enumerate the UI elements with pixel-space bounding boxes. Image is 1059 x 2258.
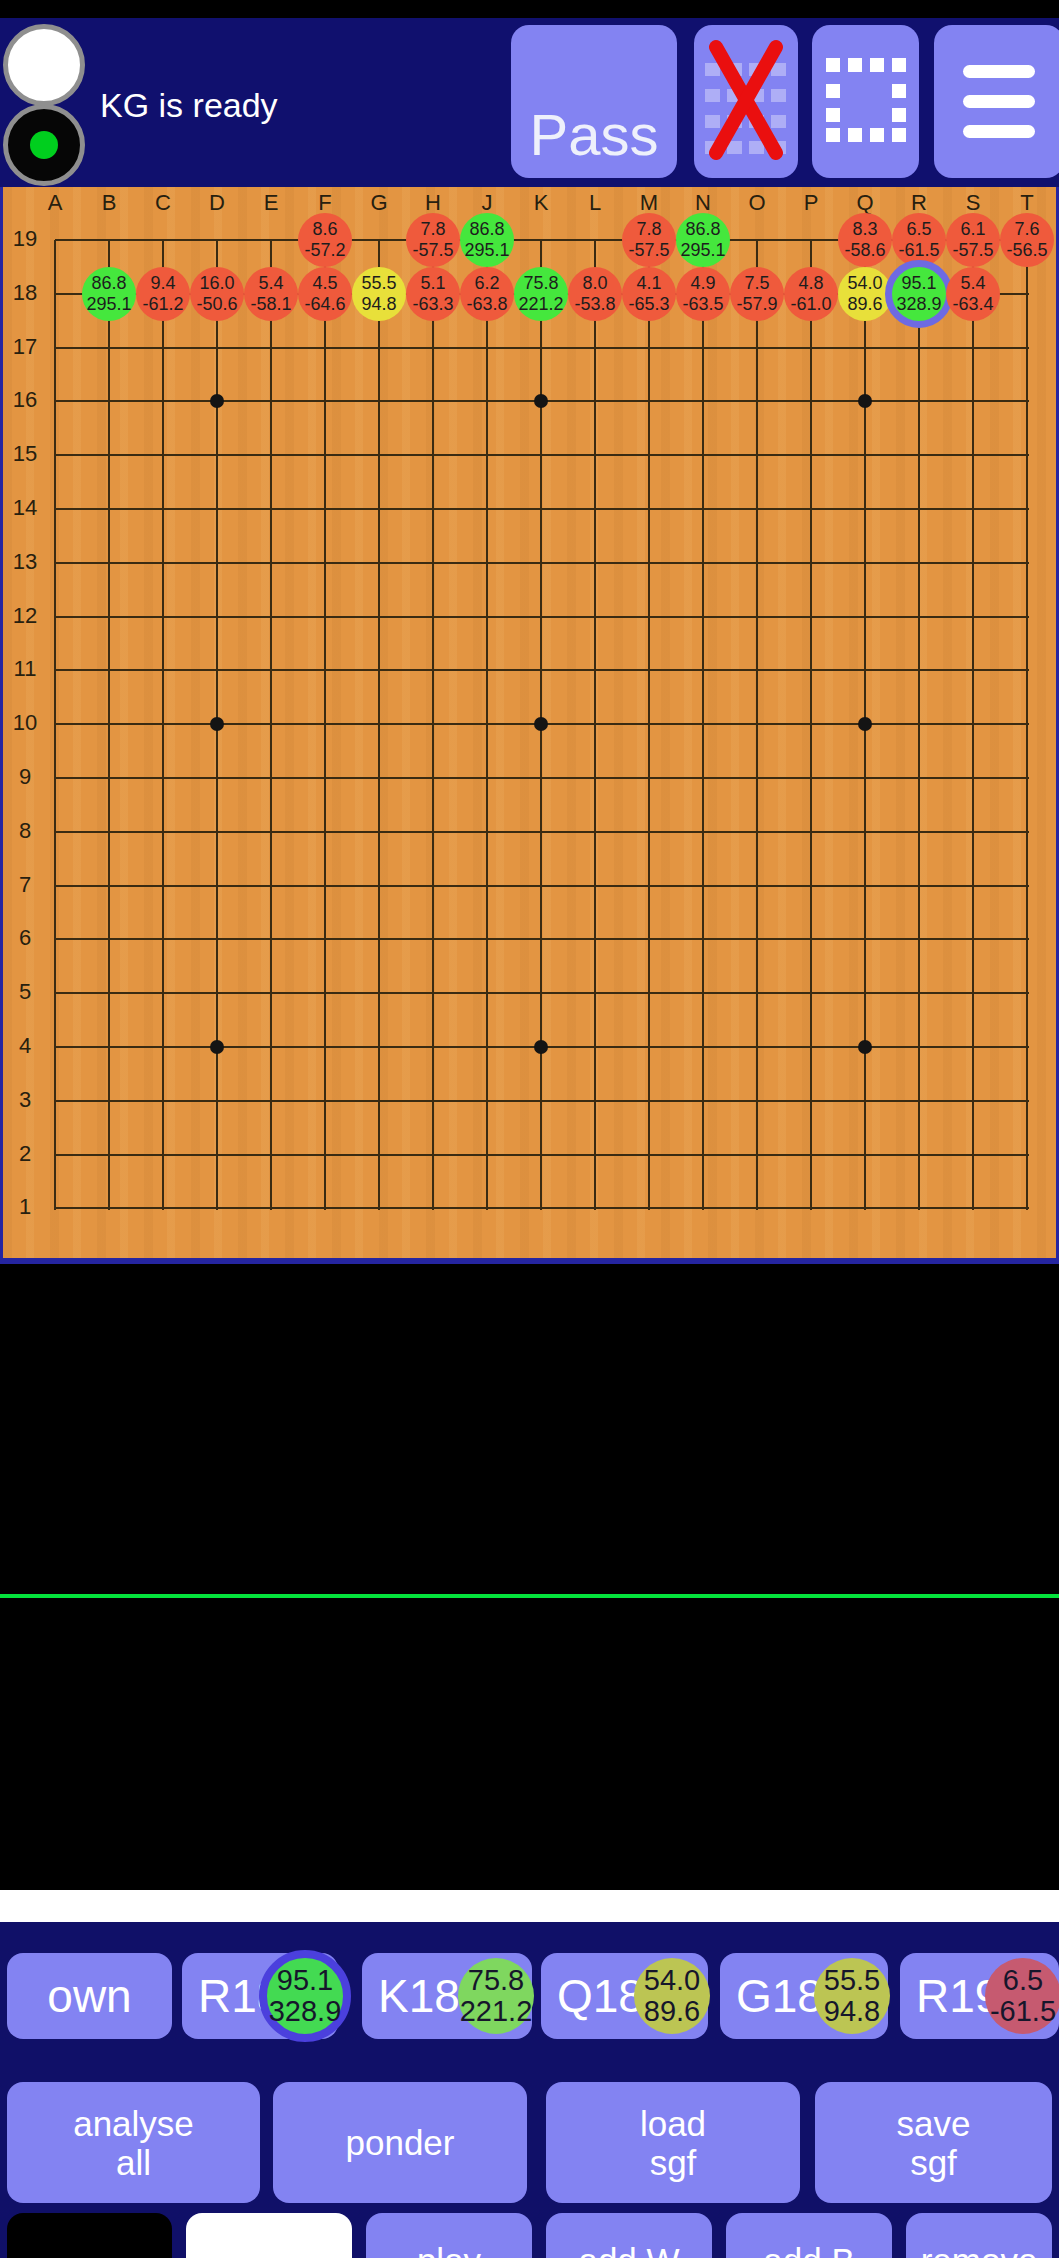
candidate-move-button-R19[interactable]: R196.5-61.5 <box>900 1953 1059 2039</box>
grid-line <box>55 562 1029 564</box>
row-label: 8 <box>3 818 47 844</box>
engine-status-text: KG is ready <box>100 86 278 125</box>
move-score: -58.1 <box>250 294 291 315</box>
move-winrate: 9.4 <box>150 273 175 294</box>
move-score: -57.5 <box>628 240 669 261</box>
grid-line <box>756 240 758 1210</box>
menu-button[interactable] <box>934 25 1059 178</box>
move-winrate: 86.8 <box>685 219 720 240</box>
row-label: 18 <box>3 280 47 306</box>
move-winrate: 4.1 <box>636 273 661 294</box>
pass-button[interactable]: Pass <box>511 25 677 178</box>
top-bar: KG is ready Pass <box>0 18 1059 187</box>
grid-line <box>972 240 974 1210</box>
move-winrate: 16.0 <box>199 273 234 294</box>
row-label: 4 <box>3 1033 47 1059</box>
move-score: -57.9 <box>736 294 777 315</box>
remove-button[interactable]: remove <box>906 2213 1052 2258</box>
move-button-label: own <box>47 1969 131 2023</box>
move-score: -63.8 <box>466 294 507 315</box>
select-region-button[interactable] <box>812 25 919 178</box>
star-point <box>858 717 872 731</box>
column-label: A <box>28 190 82 216</box>
analysis-move[interactable]: 7.8-57.5 <box>622 213 676 267</box>
move-score: 94.8 <box>361 294 396 315</box>
move-score: -61.5 <box>898 240 939 261</box>
row-label: 19 <box>3 226 47 252</box>
grid-line <box>54 240 56 1210</box>
candidate-move-circle: 6.5-61.5 <box>985 1958 1059 2034</box>
row-label: 12 <box>3 603 47 629</box>
move-winrate: 7.6 <box>1014 219 1039 240</box>
grid-line <box>810 240 812 1210</box>
move-winrate: 86.8 <box>91 273 126 294</box>
grid-line <box>162 240 164 1210</box>
move-winrate: 7.8 <box>420 219 445 240</box>
move-winrate: 7.5 <box>744 273 769 294</box>
move-winrate: 6.5 <box>1003 1965 1043 1996</box>
move-winrate: 4.5 <box>312 273 337 294</box>
row-label: 13 <box>3 549 47 575</box>
grid-line <box>55 777 1029 779</box>
top-black-strip <box>0 0 1059 18</box>
move-button-label: G18 <box>736 1969 823 2023</box>
analysis-move[interactable]: 6.1-57.5 <box>946 213 1000 267</box>
analysis-move[interactable]: 8.6-57.2 <box>298 213 352 267</box>
candidate-move-button-Q18[interactable]: Q1854.089.6 <box>541 1953 708 2039</box>
grid-line <box>55 1100 1029 1102</box>
analysis-move[interactable]: 4.8-61.0 <box>784 267 838 321</box>
analysis-move[interactable]: 75.8221.2 <box>514 267 568 321</box>
column-label: C <box>136 190 190 216</box>
move-score: 89.6 <box>644 1996 700 2027</box>
move-score: -57.2 <box>304 240 345 261</box>
move-winrate: 8.6 <box>312 219 337 240</box>
grid-line <box>55 508 1029 510</box>
grid-line <box>55 992 1029 994</box>
move-winrate: 8.0 <box>582 273 607 294</box>
grid-line <box>55 616 1029 618</box>
grid-line <box>702 240 704 1210</box>
bottom-panel: ownR1895.1328.9K1875.8221.2Q1854.089.6G1… <box>0 1922 1059 2258</box>
white-color-button[interactable] <box>186 2213 352 2258</box>
candidate-move-button-R18[interactable]: R1895.1328.9 <box>182 1953 338 2039</box>
star-point <box>858 394 872 408</box>
analysis-move[interactable]: 8.0-53.8 <box>568 267 622 321</box>
move-score: -64.6 <box>304 294 345 315</box>
load-sgf-button[interactable]: load sgf <box>546 2082 800 2203</box>
grid-line <box>55 1154 1029 1156</box>
clear-analysis-button[interactable] <box>694 25 798 178</box>
move-winrate: 86.8 <box>469 219 504 240</box>
move-winrate: 54.0 <box>644 1965 700 1996</box>
move-winrate: 54.0 <box>847 273 882 294</box>
move-score: 94.8 <box>824 1996 880 2027</box>
graph-panel <box>0 1264 1059 1890</box>
move-score: -57.5 <box>952 240 993 261</box>
grid-line <box>432 240 434 1210</box>
analysis-move[interactable]: 86.8295.1 <box>460 213 514 267</box>
row-label: 9 <box>3 764 47 790</box>
analysis-move[interactable]: 54.089.6 <box>838 267 892 321</box>
move-winrate: 75.8 <box>468 1965 524 1996</box>
candidate-move-circle: 95.1328.9 <box>259 1950 351 2042</box>
star-point <box>210 394 224 408</box>
grid-line <box>55 831 1029 833</box>
row-label: 5 <box>3 979 47 1005</box>
grid-line <box>55 885 1029 887</box>
dotted-square-icon <box>824 56 908 147</box>
move-score: 328.9 <box>896 294 941 315</box>
move-winrate: 95.1 <box>277 1965 333 1996</box>
own-button[interactable]: own <box>7 1953 172 2039</box>
analysis-move[interactable]: 7.6-56.5 <box>1000 213 1054 267</box>
grid-line <box>55 938 1029 940</box>
move-score: 295.1 <box>464 240 509 261</box>
analysis-move[interactable]: 9.4-61.2 <box>136 267 190 321</box>
move-winrate: 6.5 <box>906 219 931 240</box>
column-label: E <box>244 190 298 216</box>
white-bar <box>0 1890 1059 1922</box>
grid-line <box>55 347 1029 349</box>
move-score: -63.3 <box>412 294 453 315</box>
row-label: 6 <box>3 925 47 951</box>
move-score: -50.6 <box>196 294 237 315</box>
column-label: P <box>784 190 838 216</box>
move-score: -61.2 <box>142 294 183 315</box>
move-winrate: 5.1 <box>420 273 445 294</box>
move-winrate: 95.1 <box>901 273 936 294</box>
grid-line <box>918 240 920 1210</box>
white-player-stone[interactable] <box>3 24 85 106</box>
analysis-move[interactable]: 7.5-57.9 <box>730 267 784 321</box>
move-score: -61.5 <box>990 1996 1056 2027</box>
move-score: 89.6 <box>847 294 882 315</box>
grid-line <box>55 454 1029 456</box>
column-label: K <box>514 190 568 216</box>
move-score: -57.5 <box>412 240 453 261</box>
move-winrate: 8.3 <box>852 219 877 240</box>
analyse-all-button[interactable]: analyse all <box>7 2082 260 2203</box>
add-white-button[interactable]: add W <box>546 2213 712 2258</box>
analysis-move[interactable]: 86.8295.1 <box>82 267 136 321</box>
move-winrate: 5.4 <box>960 273 985 294</box>
star-point <box>858 1040 872 1054</box>
row-label: 2 <box>3 1141 47 1167</box>
candidate-move-button-K18[interactable]: K1875.8221.2 <box>362 1953 532 2039</box>
candidate-move-circle: 75.8221.2 <box>458 1958 534 2034</box>
column-label: D <box>190 190 244 216</box>
black-player-stone[interactable] <box>3 104 85 186</box>
move-winrate: 75.8 <box>523 273 558 294</box>
move-button-label: K18 <box>378 1969 460 2023</box>
ponder-button[interactable]: ponder <box>273 2082 527 2203</box>
move-score: -61.0 <box>790 294 831 315</box>
move-winrate: 55.5 <box>361 273 396 294</box>
move-winrate: 4.8 <box>798 273 823 294</box>
row-label: 11 <box>3 656 47 682</box>
candidate-move-button-G18[interactable]: G1855.594.8 <box>720 1953 888 2039</box>
grid-line <box>270 240 272 1210</box>
move-score: 221.2 <box>518 294 563 315</box>
move-winrate: 6.2 <box>474 273 499 294</box>
analysis-move[interactable]: 95.1328.9 <box>885 260 953 328</box>
grid-line <box>55 1207 1029 1209</box>
play-button[interactable]: play <box>366 2213 532 2258</box>
move-score: 221.2 <box>460 1996 533 2027</box>
analysis-move[interactable]: 4.5-64.6 <box>298 267 352 321</box>
move-score: -63.5 <box>682 294 723 315</box>
row-label: 17 <box>3 334 47 360</box>
analysis-move[interactable]: 4.1-65.3 <box>622 267 676 321</box>
column-label: L <box>568 190 622 216</box>
score-graph-baseline <box>0 1594 1059 1598</box>
grid-line <box>324 240 326 1210</box>
column-label: B <box>82 190 136 216</box>
move-winrate: 4.9 <box>690 273 715 294</box>
analysis-move[interactable]: 5.1-63.3 <box>406 267 460 321</box>
analysis-move[interactable]: 8.3-58.6 <box>838 213 892 267</box>
row-label: 7 <box>3 872 47 898</box>
analysis-move[interactable]: 5.4-58.1 <box>244 267 298 321</box>
grid-line <box>594 240 596 1210</box>
grid-line <box>648 240 650 1210</box>
move-score: 295.1 <box>86 294 131 315</box>
star-point <box>534 1040 548 1054</box>
move-winrate: 6.1 <box>960 219 985 240</box>
analysis-move[interactable]: 86.8295.1 <box>676 213 730 267</box>
row-label: 1 <box>3 1194 47 1220</box>
analysis-move[interactable]: 16.0-50.6 <box>190 267 244 321</box>
analysis-move[interactable]: 6.2-63.8 <box>460 267 514 321</box>
row-label: 3 <box>3 1087 47 1113</box>
move-score: -56.5 <box>1006 240 1047 261</box>
black-color-button[interactable] <box>7 2213 172 2258</box>
move-score: -65.3 <box>628 294 669 315</box>
grid-line <box>55 669 1029 671</box>
red-x-over-dotted-board-icon <box>702 39 790 164</box>
grid-line <box>1026 240 1028 1210</box>
column-label: O <box>730 190 784 216</box>
move-score: -63.4 <box>952 294 993 315</box>
go-board[interactable]: ABCDEFGHJKLMNOPQRST191817161514131211109… <box>0 187 1059 1264</box>
grid-line <box>378 240 380 1210</box>
move-winrate: 7.8 <box>636 219 661 240</box>
save-sgf-button[interactable]: save sgf <box>815 2082 1052 2203</box>
analysis-move[interactable]: 7.8-57.5 <box>406 213 460 267</box>
star-point <box>210 717 224 731</box>
row-label: 14 <box>3 495 47 521</box>
move-score: -53.8 <box>574 294 615 315</box>
row-label: 10 <box>3 710 47 736</box>
move-winrate: 55.5 <box>824 1965 880 1996</box>
analysis-move[interactable]: 55.594.8 <box>352 267 406 321</box>
add-black-button[interactable]: add B <box>726 2213 892 2258</box>
candidate-move-circle: 54.089.6 <box>634 1958 710 2034</box>
grid-line <box>108 240 110 1210</box>
move-score: 295.1 <box>680 240 725 261</box>
star-point <box>534 394 548 408</box>
analysis-move[interactable]: 4.9-63.5 <box>676 267 730 321</box>
turn-indicator-dot <box>30 131 58 159</box>
star-point <box>534 717 548 731</box>
hamburger-icon <box>963 65 1035 78</box>
move-score: 328.9 <box>269 1996 342 2027</box>
column-label: G <box>352 190 406 216</box>
row-label: 16 <box>3 387 47 413</box>
analysis-move[interactable]: 5.4-63.4 <box>946 267 1000 321</box>
grid-line <box>486 240 488 1210</box>
move-score: -58.6 <box>844 240 885 261</box>
row-label: 15 <box>3 441 47 467</box>
analysis-move[interactable]: 6.5-61.5 <box>892 213 946 267</box>
star-point <box>210 1040 224 1054</box>
candidate-move-circle: 55.594.8 <box>814 1958 890 2034</box>
move-button-label: Q18 <box>557 1969 644 2023</box>
move-winrate: 5.4 <box>258 273 283 294</box>
